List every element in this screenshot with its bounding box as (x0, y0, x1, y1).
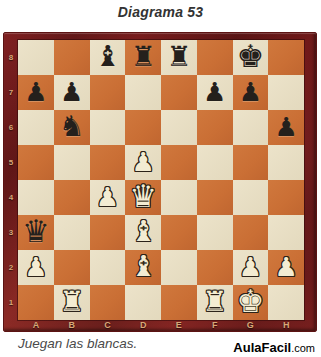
black-pawn-b7: ♟ (60, 79, 83, 105)
brand-name: AulaFacil (233, 340, 291, 355)
square-c2 (90, 250, 126, 285)
square-h1 (268, 285, 304, 320)
white-pawn-d5: ♟ (131, 149, 154, 175)
square-d1 (125, 285, 161, 320)
square-f8 (197, 40, 233, 75)
file-label-d: D (125, 318, 161, 331)
square-g2: ♟ (233, 250, 269, 285)
square-d7 (125, 75, 161, 110)
square-a7: ♟ (18, 75, 54, 110)
white-queen-d4: ♛ (129, 181, 157, 212)
square-e1 (161, 285, 197, 320)
square-e7 (161, 75, 197, 110)
square-g5 (233, 145, 269, 180)
file-label-a: A (18, 318, 54, 331)
square-f6 (197, 110, 233, 145)
square-h3 (268, 215, 304, 250)
black-pawn-h6: ♟ (274, 114, 297, 140)
square-g6 (233, 110, 269, 145)
file-labels: ABCDEFGH (18, 318, 304, 331)
square-a6 (18, 110, 54, 145)
square-f4 (197, 180, 233, 215)
square-b7: ♟ (54, 75, 90, 110)
square-e5 (161, 145, 197, 180)
square-c6 (90, 110, 126, 145)
square-h8 (268, 40, 304, 75)
white-rook-b1: ♜ (59, 288, 84, 316)
square-c1 (90, 285, 126, 320)
square-b1: ♜ (54, 285, 90, 320)
file-label-h: H (268, 318, 304, 331)
file-label-e: E (161, 318, 197, 331)
move-indicator-caption: Juegan las blancas. (18, 336, 137, 351)
rank-label-4: 4 (4, 180, 18, 215)
square-a2: ♟ (18, 250, 54, 285)
square-d8: ♜ (125, 40, 161, 75)
square-h6: ♟ (268, 110, 304, 145)
square-c7 (90, 75, 126, 110)
white-bishop-d2: ♝ (130, 252, 156, 281)
black-queen-a3: ♛ (22, 216, 50, 247)
file-label-c: C (90, 318, 126, 331)
square-h5 (268, 145, 304, 180)
square-c3 (90, 215, 126, 250)
white-rook-f1: ♜ (202, 288, 227, 316)
rank-label-3: 3 (4, 215, 18, 250)
square-f2 (197, 250, 233, 285)
square-b8 (54, 40, 90, 75)
square-d4: ♛ (125, 180, 161, 215)
black-knight-b6: ♞ (59, 112, 85, 141)
white-pawn-c4: ♟ (96, 184, 119, 210)
white-pawn-g2: ♟ (239, 254, 262, 280)
rank-label-8: 8 (4, 40, 18, 75)
square-h2: ♟ (268, 250, 304, 285)
file-label-g: G (233, 318, 269, 331)
square-e6 (161, 110, 197, 145)
square-c5 (90, 145, 126, 180)
square-e4 (161, 180, 197, 215)
square-e3 (161, 215, 197, 250)
square-a3: ♛ (18, 215, 54, 250)
rank-label-1: 1 (4, 285, 18, 320)
square-b5 (54, 145, 90, 180)
square-c4: ♟ (90, 180, 126, 215)
rank-labels: 87654321 (4, 40, 18, 320)
black-pawn-g7: ♟ (239, 79, 262, 105)
square-e2 (161, 250, 197, 285)
rank-label-6: 6 (4, 110, 18, 145)
square-c8: ♝ (90, 40, 126, 75)
rank-label-7: 7 (4, 75, 18, 110)
square-g1: ♚ (233, 285, 269, 320)
square-f1: ♜ (197, 285, 233, 320)
square-g3 (233, 215, 269, 250)
square-b6: ♞ (54, 110, 90, 145)
white-king-g1: ♚ (236, 286, 264, 317)
chess-board: ♝♜♜♚♟♟♟♟♞♟♟♟♛♛♝♟♝♟♟♜♜♚ (18, 40, 304, 320)
square-d3: ♝ (125, 215, 161, 250)
white-pawn-a2: ♟ (24, 254, 47, 280)
square-d5: ♟ (125, 145, 161, 180)
black-rook-e8: ♜ (166, 43, 191, 71)
square-d6 (125, 110, 161, 145)
square-e8: ♜ (161, 40, 197, 75)
black-rook-d8: ♜ (131, 43, 156, 71)
square-b2 (54, 250, 90, 285)
black-bishop-c8: ♝ (94, 42, 120, 71)
white-bishop-d3: ♝ (130, 217, 156, 246)
chess-board-frame: 87654321 ♝♜♜♚♟♟♟♟♞♟♟♟♛♛♝♟♝♟♟♜♜♚ ABCDEFGH (3, 32, 317, 332)
square-f3 (197, 215, 233, 250)
square-d2: ♝ (125, 250, 161, 285)
square-h4 (268, 180, 304, 215)
brand-tld: .com (291, 342, 315, 354)
square-a5 (18, 145, 54, 180)
square-f7: ♟ (197, 75, 233, 110)
square-b4 (54, 180, 90, 215)
square-g4 (233, 180, 269, 215)
rank-label-2: 2 (4, 250, 18, 285)
square-b3 (54, 215, 90, 250)
file-label-f: F (197, 318, 233, 331)
black-pawn-f7: ♟ (203, 79, 226, 105)
brand-logo: AulaFacil.com (233, 338, 315, 356)
square-a4 (18, 180, 54, 215)
black-king-g8: ♚ (236, 41, 264, 72)
square-g8: ♚ (233, 40, 269, 75)
file-label-b: B (54, 318, 90, 331)
rank-label-5: 5 (4, 145, 18, 180)
square-f5 (197, 145, 233, 180)
white-pawn-h2: ♟ (274, 254, 297, 280)
black-pawn-a7: ♟ (24, 79, 47, 105)
square-g7: ♟ (233, 75, 269, 110)
square-a1 (18, 285, 54, 320)
page-title: Diagrama 53 (0, 4, 321, 20)
square-a8 (18, 40, 54, 75)
square-h7 (268, 75, 304, 110)
